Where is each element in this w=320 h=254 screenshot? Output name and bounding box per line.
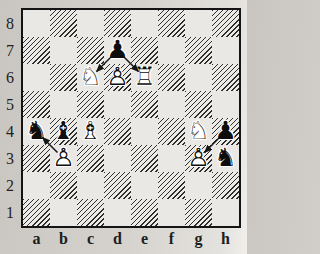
square-g4[interactable]: ♞♘	[185, 118, 212, 145]
rank-label-4: 4	[0, 118, 20, 145]
square-g1[interactable]	[185, 199, 212, 226]
rank-label-7: 7	[0, 37, 20, 64]
square-b7[interactable]	[50, 37, 77, 64]
white-pawn-icon: ♙	[185, 144, 212, 171]
file-label-f: f	[158, 230, 185, 252]
square-f6[interactable]	[158, 64, 185, 91]
square-c7[interactable]	[77, 37, 104, 64]
piece-black-pawn-d7[interactable]: ♟♟	[104, 37, 131, 64]
square-d8[interactable]	[104, 10, 131, 37]
square-d4[interactable]	[104, 118, 131, 145]
white-knight-icon: ♘	[185, 117, 212, 144]
chess-diagram: 87654321 ♟♟♞♘♟♙♜♖♞♞♝♝♝♗♞♘♟♟♟♙♟♙♞♞ abcdef…	[0, 0, 247, 254]
square-d2[interactable]	[104, 172, 131, 199]
black-pawn-icon: ♟	[104, 36, 131, 63]
square-h7[interactable]	[212, 37, 239, 64]
square-a4[interactable]: ♞♞	[23, 118, 50, 145]
square-h8[interactable]	[212, 10, 239, 37]
square-a2[interactable]	[23, 172, 50, 199]
square-g7[interactable]	[185, 37, 212, 64]
piece-black-pawn-h4[interactable]: ♟♟	[212, 118, 239, 145]
file-label-e: e	[131, 230, 158, 252]
square-b1[interactable]	[50, 199, 77, 226]
square-g6[interactable]	[185, 64, 212, 91]
square-b6[interactable]	[50, 64, 77, 91]
rank-labels: 87654321	[0, 10, 20, 226]
square-d6[interactable]: ♟♙	[104, 64, 131, 91]
rank-label-3: 3	[0, 145, 20, 172]
white-bishop-icon: ♗	[77, 117, 104, 144]
square-d7[interactable]: ♟♟	[104, 37, 131, 64]
square-h4[interactable]: ♟♟	[212, 118, 239, 145]
square-b4[interactable]: ♝♝	[50, 118, 77, 145]
piece-black-bishop-b4[interactable]: ♝♝	[50, 118, 77, 145]
piece-white-bishop-c4[interactable]: ♝♗	[77, 118, 104, 145]
white-pawn-icon: ♙	[104, 63, 131, 90]
square-h6[interactable]	[212, 64, 239, 91]
piece-white-rook-e6[interactable]: ♜♖	[131, 64, 158, 91]
file-label-b: b	[50, 230, 77, 252]
square-a5[interactable]	[23, 91, 50, 118]
black-bishop-icon: ♝	[50, 117, 77, 144]
rank-label-6: 6	[0, 64, 20, 91]
file-labels: abcdefgh	[23, 230, 239, 252]
square-a7[interactable]	[23, 37, 50, 64]
square-f2[interactable]	[158, 172, 185, 199]
black-knight-icon: ♞	[23, 117, 50, 144]
square-g5[interactable]	[185, 91, 212, 118]
square-a3[interactable]	[23, 145, 50, 172]
square-f7[interactable]	[158, 37, 185, 64]
square-d1[interactable]	[104, 199, 131, 226]
square-c8[interactable]	[77, 10, 104, 37]
piece-white-pawn-d6[interactable]: ♟♙	[104, 64, 131, 91]
square-e8[interactable]	[131, 10, 158, 37]
square-c3[interactable]	[77, 145, 104, 172]
square-e7[interactable]	[131, 37, 158, 64]
square-h3[interactable]: ♞♞	[212, 145, 239, 172]
square-h5[interactable]	[212, 91, 239, 118]
piece-white-pawn-g3[interactable]: ♟♙	[185, 145, 212, 172]
file-label-h: h	[212, 230, 239, 252]
square-h2[interactable]	[212, 172, 239, 199]
square-c4[interactable]: ♝♗	[77, 118, 104, 145]
black-knight-icon: ♞	[212, 144, 239, 171]
rank-label-1: 1	[0, 199, 20, 226]
square-c5[interactable]	[77, 91, 104, 118]
piece-white-pawn-b3[interactable]: ♟♙	[50, 145, 77, 172]
square-g3[interactable]: ♟♙	[185, 145, 212, 172]
rank-label-5: 5	[0, 91, 20, 118]
square-f1[interactable]	[158, 199, 185, 226]
file-label-a: a	[23, 230, 50, 252]
square-f3[interactable]	[158, 145, 185, 172]
black-pawn-icon: ♟	[212, 117, 239, 144]
square-g8[interactable]	[185, 10, 212, 37]
square-e4[interactable]	[131, 118, 158, 145]
square-h1[interactable]	[212, 199, 239, 226]
square-b8[interactable]	[50, 10, 77, 37]
square-b3[interactable]: ♟♙	[50, 145, 77, 172]
square-e1[interactable]	[131, 199, 158, 226]
file-label-d: d	[104, 230, 131, 252]
white-pawn-icon: ♙	[50, 144, 77, 171]
rank-label-8: 8	[0, 10, 20, 37]
piece-white-knight-g4[interactable]: ♞♘	[185, 118, 212, 145]
piece-black-knight-h3[interactable]: ♞♞	[212, 145, 239, 172]
square-d5[interactable]	[104, 91, 131, 118]
chess-board: ♟♟♞♘♟♙♜♖♞♞♝♝♝♗♞♘♟♟♟♙♟♙♞♞	[21, 8, 241, 228]
square-g2[interactable]	[185, 172, 212, 199]
white-knight-icon: ♘	[77, 63, 104, 90]
rank-label-2: 2	[0, 172, 20, 199]
square-b2[interactable]	[50, 172, 77, 199]
square-c1[interactable]	[77, 199, 104, 226]
square-d3[interactable]	[104, 145, 131, 172]
square-a8[interactable]	[23, 10, 50, 37]
square-e5[interactable]	[131, 91, 158, 118]
file-label-g: g	[185, 230, 212, 252]
square-a1[interactable]	[23, 199, 50, 226]
square-f5[interactable]	[158, 91, 185, 118]
piece-black-knight-a4[interactable]: ♞♞	[23, 118, 50, 145]
square-f8[interactable]	[158, 10, 185, 37]
square-b5[interactable]	[50, 91, 77, 118]
square-e3[interactable]	[131, 145, 158, 172]
piece-white-knight-c6[interactable]: ♞♘	[77, 64, 104, 91]
square-a6[interactable]	[23, 64, 50, 91]
square-f4[interactable]	[158, 118, 185, 145]
square-c2[interactable]	[77, 172, 104, 199]
square-e6[interactable]: ♜♖	[131, 64, 158, 91]
square-e2[interactable]	[131, 172, 158, 199]
white-rook-icon: ♖	[131, 63, 158, 90]
file-label-c: c	[77, 230, 104, 252]
square-c6[interactable]: ♞♘	[77, 64, 104, 91]
